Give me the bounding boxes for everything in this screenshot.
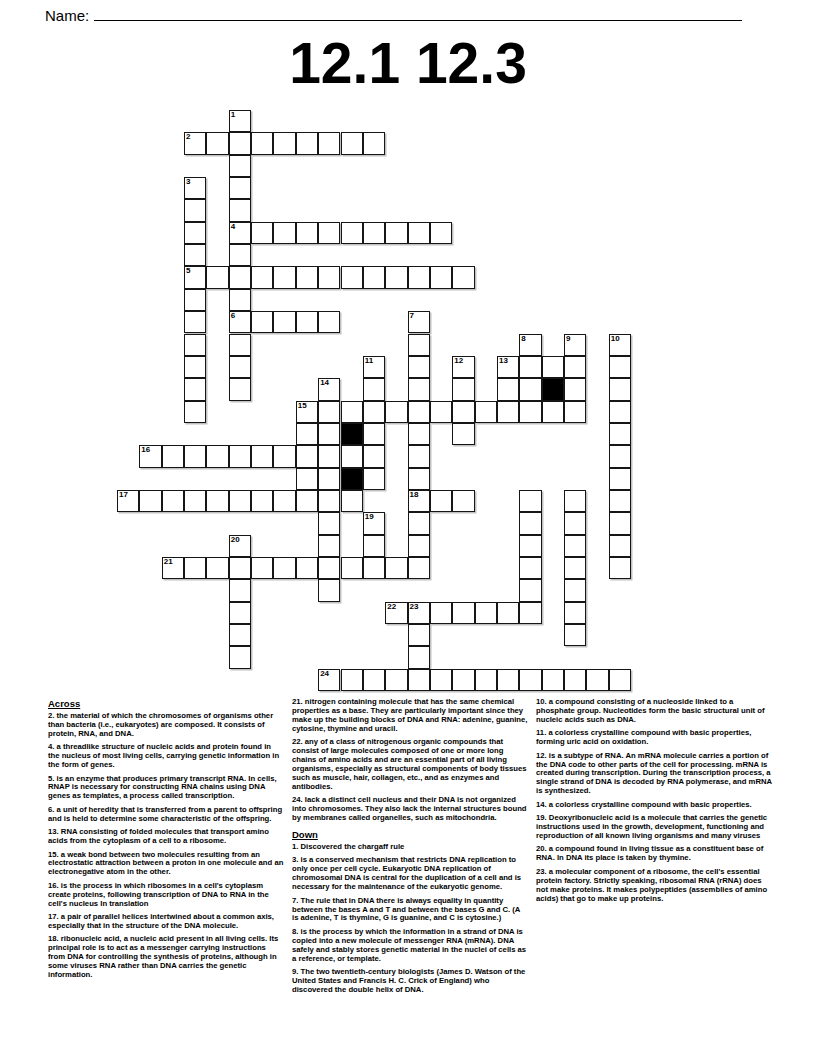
cell-r11-c13[interactable] [408, 356, 430, 378]
cell-r15-c10[interactable] [341, 445, 363, 467]
cell-r1-c6[interactable] [251, 132, 273, 154]
cell-r23-c13[interactable] [408, 624, 430, 646]
cell-r20-c10[interactable] [341, 557, 363, 579]
clue-across-15: 15. a weak bond between two molecules re… [48, 851, 284, 878]
cell-r4-c5[interactable] [229, 199, 251, 221]
cell-r15-c8[interactable] [296, 445, 318, 467]
cell-r17-c14[interactable] [430, 490, 452, 512]
page-title: 12.1 12.3 [0, 30, 816, 96]
cell-r1-c11[interactable] [363, 132, 385, 154]
cell-r7-c4[interactable] [206, 266, 228, 288]
clue-across-16: 16. is the process in which ribosomes in… [48, 882, 284, 909]
cell-r15-c7[interactable] [273, 445, 295, 467]
cell-r14-c11[interactable] [363, 423, 385, 445]
name-row: Name: [45, 6, 745, 25]
cell-r10-c20[interactable]: 9 [564, 334, 586, 356]
cell-r20-c4[interactable] [206, 557, 228, 579]
cell-r5-c5[interactable]: 4 [229, 222, 251, 244]
cell-r18-c11[interactable]: 19 [363, 512, 385, 534]
cell-r7-c5[interactable] [229, 266, 251, 288]
clue-number-21: 21 [164, 557, 173, 566]
cell-r7-c11[interactable] [363, 266, 385, 288]
cell-r19-c13[interactable] [408, 535, 430, 557]
cell-r25-c11[interactable] [363, 669, 385, 691]
cell-r9-c9[interactable] [318, 311, 340, 333]
cell-r17-c7[interactable] [273, 490, 295, 512]
cell-r17-c1[interactable] [139, 490, 161, 512]
cell-r7-c13[interactable] [408, 266, 430, 288]
cell-r12-c13[interactable] [408, 378, 430, 400]
cell-r12-c11[interactable] [363, 378, 385, 400]
clue-across-21: 21. nitrogen containing molecule that ha… [292, 698, 528, 734]
cell-r16-c8[interactable] [296, 468, 318, 490]
clue-across-6: 6. a unit of heredity that is transferre… [48, 806, 284, 824]
clue-across-22: 22. any of a class of nitrogenous organi… [292, 738, 528, 792]
cell-r11-c11[interactable]: 11 [363, 356, 385, 378]
cell-r17-c3[interactable] [184, 490, 206, 512]
cell-r9-c5[interactable]: 6 [229, 311, 251, 333]
cell-r12-c15[interactable] [452, 378, 474, 400]
cell-r17-c20[interactable] [564, 490, 586, 512]
cell-r21-c20[interactable] [564, 579, 586, 601]
cell-r12-c9[interactable]: 14 [318, 378, 340, 400]
cell-r17-c4[interactable] [206, 490, 228, 512]
cell-r20-c7[interactable] [273, 557, 295, 579]
crossword-grid: 123456789101112131415161718192021222324 [117, 110, 632, 692]
cell-r14-c22[interactable] [609, 423, 631, 445]
clue-number-16: 16 [141, 445, 150, 454]
cell-r22-c15[interactable] [452, 602, 474, 624]
cell-r17-c22[interactable] [609, 490, 631, 512]
cell-r12-c20[interactable] [564, 378, 586, 400]
cell-r14-c15[interactable] [452, 423, 474, 445]
clue-down-19: 19. Deoxyribonucleic acid is a molecule … [536, 814, 772, 841]
cell-r22-c5[interactable] [229, 602, 251, 624]
clues-column-1: Across 2. the material of which the chro… [48, 698, 284, 984]
cell-r21-c5[interactable] [229, 579, 251, 601]
cell-r23-c5[interactable] [229, 624, 251, 646]
cell-r20-c8[interactable] [296, 557, 318, 579]
cell-r16-c11[interactable] [363, 468, 385, 490]
cell-r13-c14[interactable] [430, 401, 452, 423]
cell-r15-c11[interactable] [363, 445, 385, 467]
cell-r1-c4[interactable] [206, 132, 228, 154]
cell-r11-c5[interactable] [229, 356, 251, 378]
cell-r18-c20[interactable] [564, 512, 586, 534]
cell-r11-c18[interactable] [519, 356, 541, 378]
clue-across-13: 13. RNA consisting of folded molecules t… [48, 828, 284, 846]
clue-number-1: 1 [231, 110, 235, 119]
cell-r10-c3[interactable] [184, 334, 206, 356]
cell-r11-c22[interactable] [609, 356, 631, 378]
cell-r7-c8[interactable] [296, 266, 318, 288]
cell-r5-c12[interactable] [385, 222, 407, 244]
cell-r8-c5[interactable] [229, 289, 251, 311]
cell-r23-c20[interactable] [564, 624, 586, 646]
cell-r13-c8[interactable]: 15 [296, 401, 318, 423]
name-label: Name: [45, 7, 89, 24]
clue-across-4: 4. a threadlike structure of nucleic aci… [48, 743, 284, 770]
cell-r5-c14[interactable] [430, 222, 452, 244]
cell-r12-c17[interactable] [497, 378, 519, 400]
clue-number-17: 17 [119, 490, 128, 499]
cell-r12-c22[interactable] [609, 378, 631, 400]
cell-r9-c13[interactable]: 7 [408, 311, 430, 333]
clue-down-20: 20. a compound found in living tissue as… [536, 845, 772, 863]
cell-r20-c20[interactable] [564, 557, 586, 579]
cell-r24-c13[interactable] [408, 646, 430, 668]
clue-across-5: 5. is an enzyme that produces primary tr… [48, 775, 284, 802]
cell-r13-c20[interactable] [564, 401, 586, 423]
cell-r25-c16[interactable] [475, 669, 497, 691]
cell-r13-c18[interactable] [519, 401, 541, 423]
cell-r13-c10[interactable] [341, 401, 363, 423]
cell-r19-c22[interactable] [609, 535, 631, 557]
clue-down-7: 7. The rule that in DNA there is always … [292, 897, 528, 924]
clue-down-3: 3. is a conserved mechanism that restric… [292, 856, 528, 892]
cell-r10-c5[interactable] [229, 334, 251, 356]
cell-r9-c6[interactable] [251, 311, 273, 333]
cell-r13-c17[interactable] [497, 401, 519, 423]
clue-number-19: 19 [365, 512, 374, 521]
cell-r14-c13[interactable] [408, 423, 430, 445]
cell-r11-c3[interactable] [184, 356, 206, 378]
clue-down-10: 10. a compound consisting of a nucleosid… [536, 698, 772, 725]
clue-number-15: 15 [298, 401, 307, 410]
cell-r7-c10[interactable] [341, 266, 363, 288]
cell-r18-c13[interactable] [408, 512, 430, 534]
cell-r7-c12[interactable] [385, 266, 407, 288]
cell-r22-c20[interactable] [564, 602, 586, 624]
cell-r3-c3[interactable]: 3 [184, 177, 206, 199]
clue-number-5: 5 [186, 266, 190, 275]
clue-across-18: 18. ribonucleic acid, a nucleic acid pre… [48, 935, 284, 980]
cell-r22-c14[interactable] [430, 602, 452, 624]
cell-r17-c8[interactable] [296, 490, 318, 512]
clue-number-9: 9 [566, 334, 570, 343]
cell-r17-c10[interactable] [341, 490, 363, 512]
cell-r20-c13[interactable] [408, 557, 430, 579]
cell-r15-c6[interactable] [251, 445, 273, 467]
cell-r1-c5[interactable] [229, 132, 251, 154]
cell-r17-c2[interactable] [162, 490, 184, 512]
cell-r1-c8[interactable] [296, 132, 318, 154]
cell-r1-c3[interactable]: 2 [184, 132, 206, 154]
cell-r13-c19[interactable] [542, 401, 564, 423]
cell-r20-c11[interactable] [363, 557, 385, 579]
cell-r20-c2[interactable]: 21 [162, 557, 184, 579]
cell-r19-c9[interactable] [318, 535, 340, 557]
cell-r5-c6[interactable] [251, 222, 273, 244]
cell-r17-c9[interactable] [318, 490, 340, 512]
clues-column-2: 21. nitrogen containing molecule that ha… [292, 698, 528, 999]
cell-r11-c20[interactable] [564, 356, 586, 378]
clue-down-23: 23. a molecular component of a ribosome,… [536, 868, 772, 904]
cell-r5-c3[interactable] [184, 222, 206, 244]
cell-r20-c5[interactable] [229, 557, 251, 579]
cell-r17-c15[interactable] [452, 490, 474, 512]
cell-r25-c21[interactable] [586, 669, 608, 691]
clue-number-11: 11 [365, 356, 373, 365]
cell-r25-c10[interactable] [341, 669, 363, 691]
cell-r6-c3[interactable] [184, 244, 206, 266]
clue-down-8: 8. is the process by which the informati… [292, 928, 528, 964]
cell-r12-c5[interactable] [229, 378, 251, 400]
clue-across-2: 2. the material of which the chromosomes… [48, 712, 284, 739]
cell-r15-c9[interactable] [318, 445, 340, 467]
cell-r6-c5[interactable] [229, 244, 251, 266]
cell-r21-c9[interactable] [318, 579, 340, 601]
black-cell-r16-c10 [341, 468, 363, 490]
cell-r25-c20[interactable] [564, 669, 586, 691]
cell-r14-c9[interactable] [318, 423, 340, 445]
cell-r10-c18[interactable]: 8 [519, 334, 541, 356]
cell-r7-c14[interactable] [430, 266, 452, 288]
cell-r25-c9[interactable]: 24 [318, 669, 340, 691]
cell-r16-c13[interactable] [408, 468, 430, 490]
cell-r1-c10[interactable] [341, 132, 363, 154]
cell-r7-c9[interactable] [318, 266, 340, 288]
cell-r9-c8[interactable] [296, 311, 318, 333]
cell-r22-c16[interactable] [475, 602, 497, 624]
cell-r19-c5[interactable]: 20 [229, 535, 251, 557]
cell-r22-c12[interactable]: 22 [385, 602, 407, 624]
cell-r10-c22[interactable]: 10 [609, 334, 631, 356]
cell-r25-c17[interactable] [497, 669, 519, 691]
cell-r5-c9[interactable] [318, 222, 340, 244]
clue-across-24: 24. lack a distinct cell nucleus and the… [292, 796, 528, 823]
clue-number-22: 22 [387, 602, 396, 611]
clue-number-2: 2 [186, 132, 190, 141]
cell-r5-c11[interactable] [363, 222, 385, 244]
cell-r1-c7[interactable] [273, 132, 295, 154]
cell-r25-c14[interactable] [430, 669, 452, 691]
cell-r2-c5[interactable] [229, 155, 251, 177]
clue-down-14: 14. a colorless crystalline compound wit… [536, 801, 772, 810]
cell-r1-c9[interactable] [318, 132, 340, 154]
cell-r25-c12[interactable] [385, 669, 407, 691]
cell-r15-c4[interactable] [206, 445, 228, 467]
cell-r20-c12[interactable] [385, 557, 407, 579]
cell-r7-c3[interactable]: 5 [184, 266, 206, 288]
clue-down-9: 9. The two twentieth-century biologists … [292, 968, 528, 995]
clue-number-14: 14 [320, 378, 329, 387]
cell-r17-c6[interactable] [251, 490, 273, 512]
cell-r8-c3[interactable] [184, 289, 206, 311]
cell-r15-c22[interactable] [609, 445, 631, 467]
cell-r3-c5[interactable] [229, 177, 251, 199]
clue-number-23: 23 [410, 602, 419, 611]
cell-r5-c10[interactable] [341, 222, 363, 244]
cell-r17-c5[interactable] [229, 490, 251, 512]
cell-r13-c3[interactable] [184, 401, 206, 423]
clue-number-4: 4 [231, 222, 235, 231]
name-fill-line[interactable] [94, 6, 742, 21]
cell-r24-c5[interactable] [229, 646, 251, 668]
cell-r25-c18[interactable] [519, 669, 541, 691]
cell-r5-c13[interactable] [408, 222, 430, 244]
cell-r11-c17[interactable]: 13 [497, 356, 519, 378]
cell-r10-c13[interactable] [408, 334, 430, 356]
cell-r17-c13[interactable]: 18 [408, 490, 430, 512]
clue-down-11: 11. a colorless crystalline compound wit… [536, 729, 772, 747]
cell-r15-c3[interactable] [184, 445, 206, 467]
cell-r12-c3[interactable] [184, 378, 206, 400]
cell-r22-c13[interactable]: 23 [408, 602, 430, 624]
black-cell-r12-c19 [542, 378, 564, 400]
cell-r21-c18[interactable] [519, 579, 541, 601]
cell-r17-c18[interactable] [519, 490, 541, 512]
clue-across-17: 17. a pair of parallel helices intertwin… [48, 913, 284, 931]
cell-r25-c13[interactable] [408, 669, 430, 691]
clue-number-7: 7 [410, 311, 414, 320]
cell-r13-c12[interactable] [385, 401, 407, 423]
clue-number-24: 24 [320, 669, 329, 678]
cell-r13-c11[interactable] [363, 401, 385, 423]
cell-r18-c22[interactable] [609, 512, 631, 534]
clue-down-1: 1. Discovered the chargaff rule [292, 843, 528, 852]
cell-r17-c0[interactable]: 17 [117, 490, 139, 512]
cell-r15-c1[interactable]: 16 [139, 445, 161, 467]
cell-r13-c13[interactable] [408, 401, 430, 423]
across-header: Across [48, 698, 284, 709]
cell-r15-c13[interactable] [408, 445, 430, 467]
down-header: Down [292, 829, 528, 840]
clue-number-3: 3 [186, 177, 190, 186]
cell-r19-c11[interactable] [363, 535, 385, 557]
cell-r13-c22[interactable] [609, 401, 631, 423]
cell-r19-c18[interactable] [519, 535, 541, 557]
cell-r20-c3[interactable] [184, 557, 206, 579]
cell-r0-c5[interactable]: 1 [229, 110, 251, 132]
cell-r20-c6[interactable] [251, 557, 273, 579]
cell-r25-c22[interactable] [609, 669, 631, 691]
cell-r22-c17[interactable] [497, 602, 519, 624]
cell-r9-c3[interactable] [184, 311, 206, 333]
clue-number-20: 20 [231, 535, 240, 544]
cell-r15-c2[interactable] [162, 445, 184, 467]
clue-number-6: 6 [231, 311, 235, 320]
clue-number-13: 13 [499, 356, 508, 365]
cell-r4-c3[interactable] [184, 199, 206, 221]
cell-r7-c15[interactable] [452, 266, 474, 288]
clue-down-12: 12. is a subtype of RNA. An mRNA molecul… [536, 752, 772, 797]
cell-r14-c8[interactable] [296, 423, 318, 445]
clue-number-10: 10 [611, 334, 620, 343]
cell-r18-c9[interactable] [318, 512, 340, 534]
cell-r11-c19[interactable] [542, 356, 564, 378]
cell-r19-c20[interactable] [564, 535, 586, 557]
cell-r20-c9[interactable] [318, 557, 340, 579]
clues-column-3: 10. a compound consisting of a nucleosid… [536, 698, 772, 908]
clue-number-12: 12 [454, 356, 463, 365]
cell-r7-c6[interactable] [251, 266, 273, 288]
black-cell-r14-c10 [341, 423, 363, 445]
clue-number-18: 18 [410, 490, 419, 499]
cell-r20-c22[interactable] [609, 557, 631, 579]
cell-r25-c15[interactable] [452, 669, 474, 691]
cell-r11-c15[interactable]: 12 [452, 356, 474, 378]
cell-r13-c9[interactable] [318, 401, 340, 423]
cell-r7-c7[interactable] [273, 266, 295, 288]
cell-r12-c18[interactable] [519, 378, 541, 400]
cell-r22-c18[interactable] [519, 602, 541, 624]
cell-r18-c18[interactable] [519, 512, 541, 534]
cell-r9-c7[interactable] [273, 311, 295, 333]
cell-r16-c22[interactable] [609, 468, 631, 490]
cell-r20-c18[interactable] [519, 557, 541, 579]
cell-r16-c9[interactable] [318, 468, 340, 490]
clue-number-8: 8 [521, 334, 525, 343]
cell-r25-c19[interactable] [542, 669, 564, 691]
cell-r13-c16[interactable] [475, 401, 497, 423]
cell-r15-c5[interactable] [229, 445, 251, 467]
cell-r5-c7[interactable] [273, 222, 295, 244]
cell-r5-c8[interactable] [296, 222, 318, 244]
cell-r13-c15[interactable] [452, 401, 474, 423]
